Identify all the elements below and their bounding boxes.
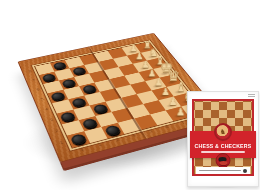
black-checker-piece xyxy=(71,97,87,108)
retail-box: ♞ CHESS & CHECKERS xyxy=(187,91,259,187)
checkers-badge-icon xyxy=(216,153,231,168)
coord-label: 5 xyxy=(148,129,153,133)
coord-label: 8 xyxy=(28,70,31,73)
box-fineprint-illegible xyxy=(199,170,241,172)
square-b6 xyxy=(59,77,79,90)
box-front-face: ♞ CHESS & CHECKERS xyxy=(192,99,254,176)
white-pawn-piece: ♟ xyxy=(176,107,185,118)
coord-label: 4 xyxy=(132,134,137,138)
coord-label: 5 xyxy=(41,98,45,101)
black-checker-piece xyxy=(59,111,76,122)
coord-label: 3 xyxy=(115,138,119,142)
coord-label: 6 xyxy=(36,88,40,91)
box-bottom-strip xyxy=(196,167,250,174)
coord-label: 6 xyxy=(165,125,170,129)
square-c5 xyxy=(79,83,100,96)
box-title: CHESS & CHECKERS xyxy=(190,143,256,149)
coord-label: 4 xyxy=(45,108,49,112)
square-a6 xyxy=(43,81,63,94)
coord-label: 1 xyxy=(60,141,64,145)
coord-label: 7 xyxy=(181,121,186,125)
box-red-band: ♞ CHESS & CHECKERS xyxy=(190,131,256,158)
square-a4 xyxy=(52,99,73,113)
black-checker-piece xyxy=(104,125,122,137)
coord-label: 3 xyxy=(50,118,54,122)
square-e4 xyxy=(115,85,136,98)
black-checker-piece xyxy=(70,133,88,145)
black-checker-piece xyxy=(61,79,76,89)
box-age-mark xyxy=(248,94,255,98)
brand-logo-dot xyxy=(243,169,247,173)
badge-red-checker xyxy=(220,161,228,165)
coord-label: 7 xyxy=(32,79,35,82)
black-checker-piece xyxy=(81,118,98,130)
coord-label: 2 xyxy=(54,129,58,133)
knight-medallion-icon: ♞ xyxy=(214,123,232,141)
product-photo-scene: ♟♜♟♞♟♝♟♚♟♛♟♝♟♞♟♜ 12345678 87654321 ♞ CHE… xyxy=(0,0,260,190)
coord-label: 1 xyxy=(80,147,84,151)
coord-label: 2 xyxy=(98,143,102,147)
